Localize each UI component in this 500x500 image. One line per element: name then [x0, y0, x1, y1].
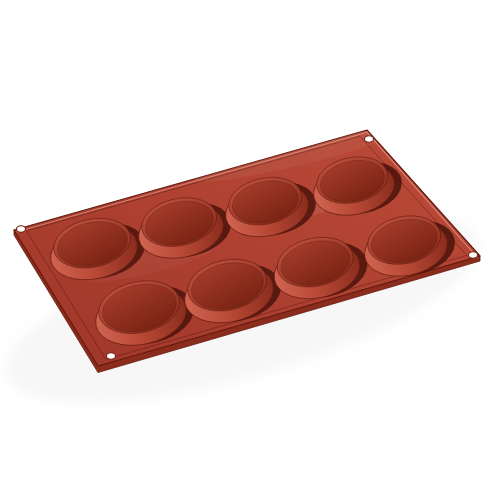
product-photo: [0, 0, 500, 500]
corner-hole-4: [107, 353, 116, 359]
corner-hole-1: [17, 226, 26, 232]
corner-hole-3: [469, 252, 478, 258]
product-photo-svg: [0, 0, 500, 500]
corner-hole-2: [365, 136, 374, 142]
